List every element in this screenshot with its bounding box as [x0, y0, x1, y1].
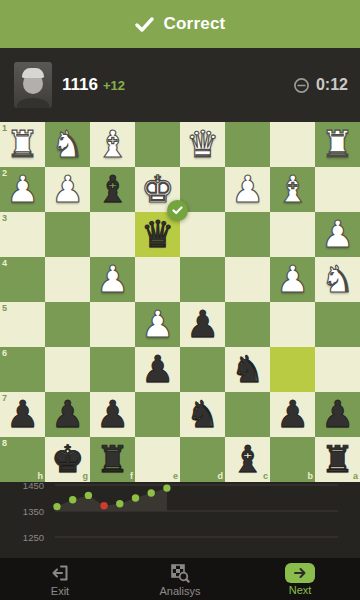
- square-c7[interactable]: [225, 392, 270, 437]
- correct-banner: Correct: [0, 0, 360, 48]
- square-c4[interactable]: [225, 257, 270, 302]
- white-pawn[interactable]: ♟: [96, 257, 129, 302]
- white-pawn[interactable]: ♟: [51, 167, 84, 212]
- chess-board[interactable]: ♜1♞♝♛♜♟2♟♝♚♟♝3♛♟4♟♟♞5♟♟6♟♞♟7♟♟♞♟♟8h♚g♜fe…: [0, 122, 360, 482]
- rank-label-6: 6: [2, 348, 7, 358]
- square-f7[interactable]: ♟: [90, 392, 135, 437]
- black-pawn[interactable]: ♟: [141, 347, 174, 392]
- rating-graph: 145013501250: [0, 482, 360, 558]
- white-knight[interactable]: ♞: [51, 122, 84, 167]
- square-g4[interactable]: [45, 257, 90, 302]
- analysis-label: Analisys: [160, 585, 201, 597]
- square-d7[interactable]: ♞: [180, 392, 225, 437]
- next-button[interactable]: Next: [240, 558, 360, 600]
- square-b6[interactable]: [270, 347, 315, 392]
- square-b5[interactable]: [270, 302, 315, 347]
- square-a3[interactable]: ♟: [315, 212, 360, 257]
- square-a4[interactable]: ♞: [315, 257, 360, 302]
- next-button-pill[interactable]: [285, 563, 315, 583]
- file-label-f: f: [130, 471, 133, 481]
- player-bar: 1116 +12 0:12: [0, 48, 360, 122]
- black-king[interactable]: ♚: [51, 437, 84, 482]
- rank-label-7: 7: [2, 393, 7, 403]
- white-rook[interactable]: ♜: [6, 122, 39, 167]
- y-axis-tick: 1350: [14, 506, 44, 517]
- square-h6[interactable]: 6: [0, 347, 45, 392]
- square-g3[interactable]: [45, 212, 90, 257]
- file-label-b: b: [308, 471, 314, 481]
- square-e8[interactable]: e: [135, 437, 180, 482]
- square-a5[interactable]: [315, 302, 360, 347]
- square-d1[interactable]: ♛: [180, 122, 225, 167]
- arrow-right-icon: [293, 567, 307, 579]
- white-pawn[interactable]: ♟: [141, 302, 174, 347]
- white-pawn[interactable]: ♟: [231, 167, 264, 212]
- rank-label-4: 4: [2, 258, 7, 268]
- black-pawn[interactable]: ♟: [96, 392, 129, 437]
- black-pawn[interactable]: ♟: [51, 392, 84, 437]
- square-h2[interactable]: ♟2: [0, 167, 45, 212]
- white-knight[interactable]: ♞: [321, 257, 354, 302]
- black-rook[interactable]: ♜: [96, 437, 129, 482]
- black-pawn[interactable]: ♟: [186, 302, 219, 347]
- square-a1[interactable]: ♜: [315, 122, 360, 167]
- black-knight[interactable]: ♞: [231, 347, 264, 392]
- square-f6[interactable]: [90, 347, 135, 392]
- white-queen[interactable]: ♛: [186, 122, 219, 167]
- rank-label-8: 8: [2, 438, 7, 448]
- puzzle-screen: Correct 1116 +12 0:12 ♜1♞♝♛♜♟2♟♝♚♟♝3♛♟4♟…: [0, 0, 360, 600]
- square-h1[interactable]: ♜1: [0, 122, 45, 167]
- y-axis-tick: 1450: [14, 480, 44, 491]
- square-d4[interactable]: [180, 257, 225, 302]
- black-bishop[interactable]: ♝: [231, 437, 264, 482]
- black-pawn[interactable]: ♟: [321, 392, 354, 437]
- correct-move-badge: [167, 200, 188, 221]
- square-d6[interactable]: [180, 347, 225, 392]
- square-d5[interactable]: ♟: [180, 302, 225, 347]
- square-h4[interactable]: 4: [0, 257, 45, 302]
- exit-button[interactable]: Exit: [0, 558, 120, 600]
- white-pawn[interactable]: ♟: [321, 212, 354, 257]
- avatar[interactable]: [14, 62, 52, 108]
- rating-chart: [0, 482, 360, 558]
- square-d3[interactable]: [180, 212, 225, 257]
- chess-board-area: ♜1♞♝♛♜♟2♟♝♚♟♝3♛♟4♟♟♞5♟♟6♟♞♟7♟♟♞♟♟8h♚g♜fe…: [0, 122, 360, 482]
- square-c8[interactable]: ♝c: [225, 437, 270, 482]
- timer: 0:12: [293, 76, 348, 94]
- avatar-body: [17, 98, 49, 108]
- square-g5[interactable]: [45, 302, 90, 347]
- square-b2[interactable]: ♝: [270, 167, 315, 212]
- square-e6[interactable]: ♟: [135, 347, 180, 392]
- exit-label: Exit: [51, 585, 69, 597]
- square-f1[interactable]: ♝: [90, 122, 135, 167]
- check-icon: [135, 17, 154, 32]
- rank-label-1: 1: [2, 123, 7, 133]
- rank-label-5: 5: [2, 303, 7, 313]
- file-label-e: e: [173, 471, 178, 481]
- analysis-board-icon: [169, 562, 191, 584]
- square-h7[interactable]: ♟7: [0, 392, 45, 437]
- black-pawn[interactable]: ♟: [276, 392, 309, 437]
- square-g8[interactable]: ♚g: [45, 437, 90, 482]
- square-c6[interactable]: ♞: [225, 347, 270, 392]
- square-b8[interactable]: b: [270, 437, 315, 482]
- file-label-d: d: [218, 471, 224, 481]
- file-label-c: c: [263, 471, 268, 481]
- white-rook[interactable]: ♜: [321, 122, 354, 167]
- analysis-button[interactable]: Analisys: [120, 558, 240, 600]
- square-c5[interactable]: [225, 302, 270, 347]
- square-g2[interactable]: ♟: [45, 167, 90, 212]
- square-e4[interactable]: [135, 257, 180, 302]
- square-c2[interactable]: ♟: [225, 167, 270, 212]
- file-label-g: g: [83, 471, 89, 481]
- square-f4[interactable]: ♟: [90, 257, 135, 302]
- square-e7[interactable]: [135, 392, 180, 437]
- square-a8[interactable]: ♜a: [315, 437, 360, 482]
- black-knight[interactable]: ♞: [186, 392, 219, 437]
- square-e1[interactable]: [135, 122, 180, 167]
- white-bishop[interactable]: ♝: [276, 167, 309, 212]
- black-rook[interactable]: ♜: [321, 437, 354, 482]
- white-pawn[interactable]: ♟: [276, 257, 309, 302]
- square-e5[interactable]: ♟: [135, 302, 180, 347]
- timer-value: 0:12: [316, 76, 348, 94]
- banner-label: Correct: [164, 14, 226, 34]
- rating-delta: +12: [103, 78, 125, 93]
- square-b3[interactable]: [270, 212, 315, 257]
- square-a6[interactable]: [315, 347, 360, 392]
- white-bishop[interactable]: ♝: [96, 122, 129, 167]
- black-queen[interactable]: ♛: [141, 212, 174, 257]
- player-rating: 1116: [62, 75, 98, 95]
- square-f5[interactable]: [90, 302, 135, 347]
- badge-check-icon: [172, 206, 183, 215]
- square-c3[interactable]: [225, 212, 270, 257]
- square-g6[interactable]: [45, 347, 90, 392]
- black-bishop[interactable]: ♝: [96, 167, 129, 212]
- square-c1[interactable]: [225, 122, 270, 167]
- square-g1[interactable]: ♞: [45, 122, 90, 167]
- file-label-a: a: [353, 471, 358, 481]
- square-b1[interactable]: [270, 122, 315, 167]
- square-b4[interactable]: ♟: [270, 257, 315, 302]
- square-h5[interactable]: 5: [0, 302, 45, 347]
- exit-icon: [49, 562, 71, 584]
- rank-label-2: 2: [2, 168, 7, 178]
- black-pawn[interactable]: ♟: [6, 392, 39, 437]
- square-d8[interactable]: d: [180, 437, 225, 482]
- white-pawn[interactable]: ♟: [6, 167, 39, 212]
- rank-label-3: 3: [2, 213, 7, 223]
- square-h3[interactable]: 3: [0, 212, 45, 257]
- avatar-cap: [22, 68, 44, 78]
- timer-icon: [293, 77, 310, 94]
- square-a2[interactable]: [315, 167, 360, 212]
- square-g7[interactable]: ♟: [45, 392, 90, 437]
- square-f8[interactable]: ♜f: [90, 437, 135, 482]
- square-h8[interactable]: 8h: [0, 437, 45, 482]
- square-f3[interactable]: [90, 212, 135, 257]
- bottom-nav: Exit Analisys Next: [0, 558, 360, 600]
- square-a7[interactable]: ♟: [315, 392, 360, 437]
- square-b7[interactable]: ♟: [270, 392, 315, 437]
- y-axis-tick: 1250: [14, 532, 44, 543]
- square-f2[interactable]: ♝: [90, 167, 135, 212]
- next-label: Next: [289, 584, 312, 596]
